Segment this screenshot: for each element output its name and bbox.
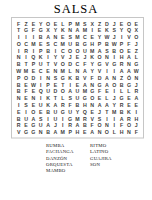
grid-cell[interactable]: N — [52, 68, 59, 75]
grid-cell[interactable]: I — [30, 34, 37, 41]
grid-cell[interactable]: Y — [118, 27, 125, 34]
grid-cell[interactable]: W — [30, 81, 37, 88]
grid-cell[interactable]: A — [52, 102, 59, 109]
grid-cell[interactable]: A — [66, 88, 73, 95]
grid-cell[interactable]: N — [30, 95, 37, 102]
grid-cell[interactable]: O — [59, 61, 66, 68]
grid-cell[interactable]: S — [52, 74, 59, 81]
grid-cell[interactable]: E — [44, 68, 51, 75]
grid-cell[interactable]: B — [103, 40, 110, 47]
grid-cell[interactable]: A — [81, 68, 88, 75]
grid-cell[interactable]: L — [103, 95, 110, 102]
grid-cell[interactable]: Z — [96, 20, 103, 27]
grid-cell[interactable]: B — [74, 102, 81, 109]
grid-cell[interactable]: S — [66, 95, 73, 102]
grid-cell[interactable]: E — [125, 95, 132, 102]
grid-cell[interactable]: U — [52, 108, 59, 115]
grid-cell[interactable]: O — [96, 122, 103, 129]
grid-cell[interactable]: F — [89, 122, 96, 129]
grid-cell[interactable]: Q — [125, 27, 132, 34]
grid-cell[interactable]: A — [52, 129, 59, 136]
grid-cell[interactable]: E — [37, 108, 44, 115]
grid-cell[interactable]: D — [96, 74, 103, 81]
grid-cell[interactable]: O — [125, 20, 132, 27]
grid-cell[interactable]: G — [81, 40, 88, 47]
grid-cell[interactable]: I — [103, 115, 110, 122]
grid-cell[interactable]: Y — [74, 108, 81, 115]
grid-cell[interactable]: I — [30, 47, 37, 54]
grid-cell[interactable]: A — [125, 54, 132, 61]
grid-cell[interactable]: E — [37, 40, 44, 47]
grid-cell[interactable]: N — [96, 129, 103, 136]
grid-cell[interactable]: O — [22, 74, 29, 81]
grid-cell[interactable]: W — [103, 34, 110, 41]
grid-cell[interactable]: P — [30, 61, 37, 68]
grid-cell[interactable]: U — [74, 95, 81, 102]
grid-cell[interactable]: E — [30, 68, 37, 75]
grid-cell[interactable]: P — [37, 47, 44, 54]
grid-cell[interactable]: R — [22, 47, 29, 54]
grid-cell[interactable]: U — [74, 88, 81, 95]
grid-cell[interactable]: I — [37, 95, 44, 102]
grid-cell[interactable]: U — [52, 115, 59, 122]
grid-cell[interactable]: S — [22, 102, 29, 109]
grid-cell[interactable]: E — [30, 20, 37, 27]
grid-cell[interactable]: W — [133, 68, 140, 75]
grid-cell[interactable]: N — [103, 54, 110, 61]
grid-cell[interactable]: I — [111, 122, 118, 129]
grid-cell[interactable]: L — [59, 20, 66, 27]
grid-cell[interactable]: O — [44, 20, 51, 27]
grid-cell[interactable]: P — [66, 20, 73, 27]
grid-cell[interactable]: U — [37, 122, 44, 129]
grid-cell[interactable]: E — [103, 88, 110, 95]
grid-cell[interactable]: I — [59, 115, 66, 122]
grid-cell[interactable]: Z — [133, 47, 140, 54]
grid-cell[interactable]: I — [59, 122, 66, 129]
grid-cell[interactable]: C — [37, 68, 44, 75]
grid-cell[interactable]: E — [81, 129, 88, 136]
grid-cell[interactable]: P — [44, 81, 51, 88]
grid-cell[interactable]: K — [125, 108, 132, 115]
grid-cell[interactable]: E — [133, 20, 140, 27]
grid-cell[interactable]: F — [89, 74, 96, 81]
grid-cell[interactable]: J — [133, 40, 140, 47]
grid-cell[interactable]: N — [111, 74, 118, 81]
grid-cell[interactable]: V — [96, 68, 103, 75]
grid-cell[interactable]: G — [22, 27, 29, 34]
grid-cell[interactable]: G — [59, 108, 66, 115]
grid-cell[interactable]: J — [81, 54, 88, 61]
grid-cell[interactable]: U — [66, 108, 73, 115]
grid-cell[interactable]: U — [22, 115, 29, 122]
grid-cell[interactable]: N — [133, 74, 140, 81]
grid-cell[interactable]: A — [103, 74, 110, 81]
grid-cell[interactable]: I — [111, 115, 118, 122]
grid-cell[interactable]: Z — [118, 74, 125, 81]
grid-cell[interactable]: N — [15, 54, 22, 61]
grid-cell[interactable]: C — [52, 40, 59, 47]
grid-cell[interactable]: L — [66, 68, 73, 75]
grid-cell[interactable]: B — [15, 61, 22, 68]
grid-cell[interactable]: I — [22, 54, 29, 61]
grid-cell[interactable]: P — [96, 40, 103, 47]
grid-cell[interactable]: N — [52, 34, 59, 41]
grid-cell[interactable]: T — [22, 61, 29, 68]
grid-cell[interactable]: M — [59, 68, 66, 75]
word-item: SON — [90, 161, 112, 167]
grid-cell[interactable]: H — [89, 40, 96, 47]
grid-cell[interactable]: O — [118, 47, 125, 54]
grid-cell[interactable]: E — [22, 95, 29, 102]
grid-cell[interactable]: N — [15, 95, 22, 102]
grid-cell[interactable]: Y — [96, 34, 103, 41]
grid-cell[interactable]: E — [118, 20, 125, 27]
grid-cell[interactable]: Q — [37, 88, 44, 95]
puzzle-page: SALSA FZEYOELPMSXZDJEOETGFGXYKNAMIEKSYQX… — [0, 0, 152, 200]
grid-cell[interactable]: M — [81, 88, 88, 95]
grid-cell[interactable]: M — [74, 20, 81, 27]
grid-cell[interactable]: N — [103, 122, 110, 129]
word-list: RUMBAPACHANGADANZÓNORQUESTAMAMBO RITMOLA… — [46, 143, 112, 174]
grid-cell[interactable]: S — [81, 20, 88, 27]
grid-cell[interactable]: Q — [30, 54, 37, 61]
grid-cell[interactable]: N — [66, 27, 73, 34]
grid-cell[interactable]: P — [15, 74, 22, 81]
grid-cell[interactable]: G — [118, 95, 125, 102]
grid-cell[interactable]: V — [15, 129, 22, 136]
puzzle-title: SALSA — [0, 2, 152, 16]
grid-cell[interactable]: I — [66, 81, 73, 88]
grid-cell[interactable]: I — [15, 102, 22, 109]
grid-cell[interactable]: E — [22, 81, 29, 88]
grid-cell[interactable]: G — [30, 122, 37, 129]
grid-cell[interactable]: R — [118, 102, 125, 109]
grid-cell[interactable]: S — [96, 115, 103, 122]
grid-cell[interactable]: B — [44, 108, 51, 115]
grid-cell[interactable]: F — [66, 102, 73, 109]
grid-cell[interactable]: M — [81, 27, 88, 34]
grid-cell[interactable]: L — [111, 129, 118, 136]
grid-cell[interactable]: G — [89, 88, 96, 95]
grid-cell[interactable]: C — [81, 34, 88, 41]
grid-cell[interactable]: Q — [81, 108, 88, 115]
grid-cell[interactable]: N — [37, 129, 44, 136]
grid-cell[interactable]: B — [15, 88, 22, 95]
grid-cell[interactable]: C — [22, 40, 29, 47]
grid-cell[interactable]: Y — [89, 61, 96, 68]
grid-cell[interactable]: J — [96, 108, 103, 115]
grid-cell[interactable]: T — [59, 81, 66, 88]
grid-cell[interactable]: V — [59, 54, 66, 61]
letter-grid: FZEYOELPMSXZDJEOETGFGXYKNAMIEKSYQXIIIBAN… — [11, 17, 144, 139]
grid-cell[interactable]: E — [89, 108, 96, 115]
grid-cell[interactable]: H — [81, 102, 88, 109]
grid-cell[interactable]: M — [74, 34, 81, 41]
grid-cell[interactable]: A — [103, 102, 110, 109]
grid-cell[interactable]: B — [44, 129, 51, 136]
grid-cell[interactable]: B — [118, 108, 125, 115]
grid-cell[interactable]: H — [118, 129, 125, 136]
grid-cell[interactable]: U — [37, 102, 44, 109]
grid-cell[interactable]: I — [111, 54, 118, 61]
grid-cell[interactable]: E — [96, 27, 103, 34]
grid-cell[interactable]: G — [111, 61, 118, 68]
grid-cell[interactable]: V — [81, 74, 88, 81]
grid-cell[interactable]: A — [30, 115, 37, 122]
grid-cell[interactable]: I — [22, 108, 29, 115]
grid-cell[interactable]: J — [111, 34, 118, 41]
grid-cell[interactable]: N — [89, 102, 96, 109]
grid-cell[interactable]: X — [89, 20, 96, 27]
grid-cell[interactable]: E — [125, 47, 132, 54]
grid-cell[interactable]: N — [125, 129, 132, 136]
grid-cell[interactable]: R — [81, 115, 88, 122]
grid-cell[interactable]: K — [44, 95, 51, 102]
grid-cell[interactable]: J — [111, 20, 118, 27]
grid-cell[interactable]: R — [133, 88, 140, 95]
grid-cell[interactable]: O — [133, 34, 140, 41]
grid-cell[interactable]: P — [118, 40, 125, 47]
grid-cell[interactable]: B — [74, 74, 81, 81]
grid-cell[interactable]: B — [15, 115, 22, 122]
grid-cell[interactable]: O — [59, 88, 66, 95]
grid-cell[interactable]: L — [125, 88, 132, 95]
grid-cell[interactable]: E — [74, 81, 81, 88]
grid-cell[interactable]: E — [52, 20, 59, 27]
word-item: MAMBO — [46, 167, 90, 173]
grid-cell[interactable]: Y — [89, 68, 96, 75]
grid-cell[interactable]: N — [89, 81, 96, 88]
grid-cell[interactable]: A — [74, 122, 81, 129]
grid-cell[interactable]: G — [37, 27, 44, 34]
grid-cell[interactable]: K — [37, 54, 44, 61]
grid-cell[interactable]: I — [22, 34, 29, 41]
grid-cell[interactable]: R — [66, 122, 73, 129]
grid-cell[interactable]: O — [74, 47, 81, 54]
grid-cell[interactable]: T — [15, 27, 22, 34]
grid-cell[interactable]: O — [125, 122, 132, 129]
grid-cell[interactable]: U — [66, 40, 73, 47]
grid-cell[interactable]: T — [103, 108, 110, 115]
grid-cell[interactable]: B — [81, 122, 88, 129]
grid-cell[interactable]: B — [118, 81, 125, 88]
grid-cell[interactable]: E — [30, 102, 37, 109]
grid-cell[interactable]: P — [66, 129, 73, 136]
grid-cell[interactable]: R — [59, 102, 66, 109]
grid-cell[interactable]: E — [89, 34, 96, 41]
grid-cell[interactable]: A — [81, 81, 88, 88]
grid-cell[interactable]: V — [103, 61, 110, 68]
grid-cell[interactable]: A — [96, 102, 103, 109]
grid-cell[interactable]: R — [125, 115, 132, 122]
grid-cell[interactable]: S — [66, 34, 73, 41]
grid-cell[interactable]: B — [44, 47, 51, 54]
grid-cell[interactable]: F — [125, 40, 132, 47]
grid-cell[interactable]: E — [96, 95, 103, 102]
grid-cell[interactable]: Y — [37, 20, 44, 27]
grid-cell[interactable]: U — [37, 61, 44, 68]
grid-cell[interactable]: A — [103, 81, 110, 88]
grid-cell[interactable]: E — [15, 108, 22, 115]
grid-cell[interactable]: Y — [111, 102, 118, 109]
grid-cell[interactable]: E — [133, 102, 140, 109]
grid-cell[interactable]: I — [44, 115, 51, 122]
grid-cell[interactable]: A — [44, 122, 51, 129]
grid-cell[interactable]: E — [22, 122, 29, 129]
grid-cell[interactable]: L — [118, 88, 125, 95]
grid-cell[interactable]: W — [111, 40, 118, 47]
word-list-left: RUMBAPACHANGADANZÓNORQUESTAMAMBO — [46, 143, 90, 174]
grid-cell[interactable]: I — [111, 88, 118, 95]
grid-cell[interactable]: I — [133, 108, 140, 115]
grid-cell[interactable]: N — [125, 61, 132, 68]
word-list-right: RITMOLATINOGUAJIRASON — [90, 143, 112, 174]
grid-cell[interactable]: G — [96, 61, 103, 68]
grid-cell[interactable]: U — [81, 47, 88, 54]
grid-cell[interactable]: X — [133, 27, 140, 34]
grid-cell[interactable]: J — [133, 81, 140, 88]
grid-cell[interactable]: L — [133, 54, 140, 61]
grid-cell[interactable]: A — [74, 27, 81, 34]
grid-cell[interactable]: Ó — [125, 74, 132, 81]
grid-cell[interactable]: I — [15, 47, 22, 54]
grid-cell[interactable]: T — [52, 95, 59, 102]
grid-cell[interactable]: D — [30, 74, 37, 81]
grid-cell[interactable]: A — [118, 115, 125, 122]
grid-cell[interactable]: A — [118, 68, 125, 75]
grid-cell[interactable]: I — [103, 68, 110, 75]
grid-cell[interactable]: I — [111, 68, 118, 75]
grid-cell[interactable]: W — [15, 68, 22, 75]
grid-cell[interactable]: G — [81, 95, 88, 102]
grid-cell[interactable]: K — [44, 102, 51, 109]
grid-cell[interactable]: S — [44, 40, 51, 47]
grid-cell[interactable]: G — [96, 81, 103, 88]
grid-cell[interactable]: E — [59, 34, 66, 41]
grid-cell[interactable]: J — [111, 95, 118, 102]
grid-cell[interactable]: V — [52, 61, 59, 68]
grid-cell[interactable]: J — [52, 122, 59, 129]
grid-cell[interactable]: E — [125, 102, 132, 109]
grid-cell[interactable]: B — [15, 81, 22, 88]
grid-cell[interactable]: F — [133, 129, 140, 136]
grid-cell[interactable]: D — [103, 20, 110, 27]
grid-cell[interactable]: J — [66, 54, 73, 61]
grid-cell[interactable]: C — [74, 61, 81, 68]
grid-cell[interactable]: I — [44, 54, 51, 61]
grid-cell[interactable]: O — [30, 108, 37, 115]
grid-cell[interactable]: I — [118, 34, 125, 41]
grid-cell[interactable]: F — [30, 27, 37, 34]
grid-cell[interactable]: S — [111, 27, 118, 34]
grid-cell[interactable]: I — [37, 81, 44, 88]
grid-cell[interactable]: H — [133, 115, 140, 122]
grid-cell[interactable]: F — [15, 20, 22, 27]
grid-cell[interactable]: O — [15, 40, 22, 47]
grid-cell[interactable]: M — [111, 108, 118, 115]
grid-cell[interactable]: I — [37, 74, 44, 81]
grid-cell[interactable]: M — [74, 115, 81, 122]
grid-cell[interactable]: F — [118, 122, 125, 129]
grid-cell[interactable]: G — [30, 129, 37, 136]
grid-cell[interactable]: S — [103, 47, 110, 54]
grid-cell[interactable]: T — [44, 61, 51, 68]
grid-cell[interactable]: D — [66, 61, 73, 68]
grid-cell[interactable]: H — [74, 129, 81, 136]
grid-cell[interactable]: O — [103, 129, 110, 136]
grid-cell[interactable]: I — [15, 34, 22, 41]
grid-cell[interactable]: B — [74, 40, 81, 47]
grid-cell[interactable]: R — [118, 61, 125, 68]
grid-cell[interactable]: M — [30, 40, 37, 47]
grid-cell[interactable]: K — [103, 27, 110, 34]
grid-cell[interactable]: U — [44, 88, 51, 95]
grid-cell[interactable]: Y — [52, 54, 59, 61]
grid-cell[interactable]: A — [125, 68, 132, 75]
grid-cell[interactable]: V — [125, 34, 132, 41]
grid-cell[interactable]: E — [52, 81, 59, 88]
grid-cell[interactable]: I — [89, 27, 96, 34]
grid-cell[interactable]: R — [15, 122, 22, 129]
grid-cell[interactable]: L — [59, 95, 66, 102]
grid-cell[interactable]: O — [89, 95, 96, 102]
grid-cell[interactable]: M — [59, 129, 66, 136]
grid-cell[interactable]: G — [133, 61, 140, 68]
grid-cell[interactable]: N — [44, 74, 51, 81]
grid-cell[interactable]: Y — [52, 27, 59, 34]
grid-cell[interactable]: J — [133, 122, 140, 129]
grid-cell[interactable]: N — [74, 68, 81, 75]
grid-cell[interactable]: Z — [22, 20, 29, 27]
grid-cell[interactable]: V — [89, 115, 96, 122]
grid-cell[interactable]: B — [37, 34, 44, 41]
grid-cell[interactable]: F — [96, 88, 103, 95]
grid-cell[interactable]: G — [66, 115, 73, 122]
grid-cell[interactable]: F — [81, 61, 88, 68]
grid-cell[interactable]: H — [118, 54, 125, 61]
grid-cell[interactable]: M — [89, 47, 96, 54]
grid-cell[interactable]: A — [89, 129, 96, 136]
grid-cell[interactable]: C — [59, 47, 66, 54]
grid-cell[interactable]: X — [44, 27, 51, 34]
grid-cell[interactable]: G — [125, 81, 132, 88]
grid-cell[interactable]: F — [22, 88, 29, 95]
grid-cell[interactable]: O — [96, 54, 103, 61]
grid-cell[interactable]: A — [44, 34, 51, 41]
grid-cell[interactable]: K — [89, 54, 96, 61]
grid-cell[interactable]: E — [74, 54, 81, 61]
grid-cell[interactable]: B — [111, 47, 118, 54]
grid-cell[interactable]: K — [66, 74, 73, 81]
grid-cell[interactable]: G — [59, 74, 66, 81]
grid-cell[interactable]: M — [22, 68, 29, 75]
grid-cell[interactable]: S — [37, 115, 44, 122]
grid-cell[interactable]: O — [66, 47, 73, 54]
grid-cell[interactable]: G — [22, 129, 29, 136]
grid-cell[interactable]: A — [133, 95, 140, 102]
grid-cell[interactable]: E — [30, 88, 37, 95]
grid-cell[interactable]: A — [96, 47, 103, 54]
grid-cell[interactable]: D — [52, 88, 59, 95]
grid-cell[interactable]: O — [111, 81, 118, 88]
grid-cell[interactable]: M — [59, 40, 66, 47]
grid-cell[interactable]: K — [59, 27, 66, 34]
grid-cell[interactable]: I — [52, 47, 59, 54]
